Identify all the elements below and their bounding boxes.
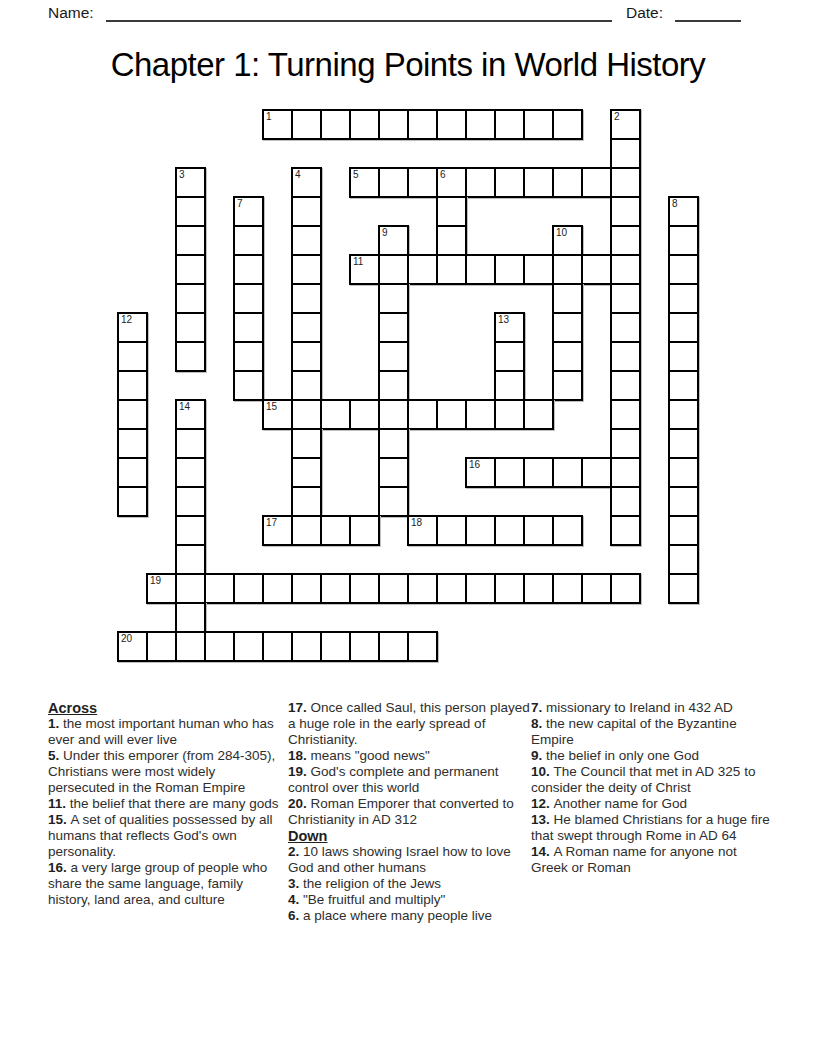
grid-cell-r3c6[interactable]	[291, 196, 322, 227]
grid-cell-r4c9[interactable]: 9	[378, 225, 409, 256]
grid-cell-r16c16[interactable]	[581, 573, 612, 604]
grid-cell-r4c6[interactable]	[291, 225, 322, 256]
grid-cell-r13c9[interactable]	[378, 486, 409, 517]
grid-cell-r8c13[interactable]	[494, 341, 525, 372]
grid-cell-r8c17[interactable]	[610, 341, 641, 372]
grid-cell-r7c4[interactable]	[233, 312, 264, 343]
clue-list-header-across: Across	[48, 700, 285, 716]
grid-cell-r2c10[interactable]	[407, 167, 438, 198]
clue-number-13: 13	[498, 315, 509, 325]
grid-cell-r0c13[interactable]	[494, 109, 525, 140]
date-label: Date:	[626, 4, 663, 22]
clue-number-1: 1	[266, 112, 272, 122]
grid-cell-r4c4[interactable]	[233, 225, 264, 256]
grid-cell-r12c15[interactable]	[552, 457, 583, 488]
grid-cell-r18c9[interactable]	[378, 631, 409, 662]
grid-cell-r11c19[interactable]	[668, 428, 699, 459]
grid-cell-r2c15[interactable]	[552, 167, 583, 198]
clue-6: 6. a place where many people live	[288, 908, 537, 924]
grid-cell-r10c12[interactable]	[465, 399, 496, 430]
clue-number-14: 14	[179, 402, 190, 412]
grid-cell-r14c19[interactable]	[668, 515, 699, 546]
clue-number-6: 6	[440, 170, 446, 180]
grid-cell-r8c6[interactable]	[291, 341, 322, 372]
grid-cell-r18c6[interactable]	[291, 631, 322, 662]
clue-12: 12. Another name for God	[531, 796, 771, 812]
grid-cell-r7c0[interactable]: 12	[117, 312, 148, 343]
grid-cell-r18c8[interactable]	[349, 631, 380, 662]
grid-cell-r16c12[interactable]	[465, 573, 496, 604]
grid-cell-r16c3[interactable]	[204, 573, 235, 604]
clue-number-7: 7	[237, 199, 243, 209]
grid-cell-r6c15[interactable]	[552, 283, 583, 314]
clue-7: 7. missionary to Ireland in 432 AD	[531, 700, 771, 716]
grid-cell-r3c11[interactable]	[436, 196, 467, 227]
grid-cell-r12c12[interactable]: 16	[465, 457, 496, 488]
grid-cell-r2c8[interactable]: 5	[349, 167, 380, 198]
grid-cell-r7c17[interactable]	[610, 312, 641, 343]
clue-number-11: 11	[353, 257, 363, 267]
clue-list-header-down: Down	[288, 828, 537, 844]
grid-cell-r14c12[interactable]	[465, 515, 496, 546]
grid-cell-r3c4[interactable]: 7	[233, 196, 264, 227]
grid-cell-r0c17[interactable]: 2	[610, 109, 641, 140]
grid-cell-r18c0[interactable]: 20	[117, 631, 148, 662]
grid-cell-r14c11[interactable]	[436, 515, 467, 546]
grid-cell-r8c2[interactable]	[175, 341, 206, 372]
grid-cell-r6c19[interactable]	[668, 283, 699, 314]
grid-cell-r14c15[interactable]	[552, 515, 583, 546]
clue-column: 7. missionary to Ireland in 432 AD8. the…	[531, 700, 771, 876]
grid-cell-r12c9[interactable]	[378, 457, 409, 488]
grid-cell-r2c17[interactable]	[610, 167, 641, 198]
grid-cell-r3c19[interactable]: 8	[668, 196, 699, 227]
clue-16: 16. a very large group of people who sha…	[48, 860, 285, 908]
grid-cell-r8c9[interactable]	[378, 341, 409, 372]
grid-cell-r8c15[interactable]	[552, 341, 583, 372]
clue-number-15: 15	[266, 402, 277, 412]
name-blank-line[interactable]	[106, 2, 612, 22]
crossword-grid: 1234567891011121314151617181920	[118, 110, 698, 661]
clue-15: 15. A set of qualities possessed by all …	[48, 812, 285, 860]
grid-cell-r13c17[interactable]	[610, 486, 641, 517]
grid-cell-r11c6[interactable]	[291, 428, 322, 459]
grid-cell-r0c7[interactable]	[320, 109, 351, 140]
grid-cell-r18c10[interactable]	[407, 631, 438, 662]
grid-cell-r16c13[interactable]	[494, 573, 525, 604]
grid-cell-r13c0[interactable]	[117, 486, 148, 517]
grid-cell-r15c19[interactable]	[668, 544, 699, 575]
clue-13: 13. He blamed Christians for a huge fire…	[531, 812, 771, 844]
grid-cell-r5c14[interactable]	[523, 254, 554, 285]
grid-cell-r16c5[interactable]	[262, 573, 293, 604]
grid-cell-r5c13[interactable]	[494, 254, 525, 285]
grid-cell-r3c17[interactable]	[610, 196, 641, 227]
clue-column: 17. Once called Saul, this person played…	[288, 700, 537, 924]
grid-cell-r16c4[interactable]	[233, 573, 264, 604]
grid-cell-r4c15[interactable]: 10	[552, 225, 583, 256]
grid-cell-r10c9[interactable]	[378, 399, 409, 430]
grid-cell-r5c8[interactable]: 11	[349, 254, 380, 285]
clue-14: 14. A Roman name for anyone not Greek or…	[531, 844, 771, 876]
grid-cell-r9c19[interactable]	[668, 370, 699, 401]
grid-cell-r16c2[interactable]	[175, 573, 206, 604]
grid-cell-r5c11[interactable]	[436, 254, 467, 285]
grid-cell-r10c5[interactable]: 15	[262, 399, 293, 430]
grid-cell-r13c19[interactable]	[668, 486, 699, 517]
grid-cell-r16c14[interactable]	[523, 573, 554, 604]
clue-number-19: 19	[150, 576, 161, 586]
grid-cell-r9c6[interactable]	[291, 370, 322, 401]
clue-9: 9. the belief in only one God	[531, 748, 771, 764]
grid-cell-r10c17[interactable]	[610, 399, 641, 430]
grid-cell-r10c10[interactable]	[407, 399, 438, 430]
grid-cell-r18c5[interactable]	[262, 631, 293, 662]
grid-cell-r16c17[interactable]	[610, 573, 641, 604]
grid-cell-r0c15[interactable]	[552, 109, 583, 140]
grid-cell-r12c16[interactable]	[581, 457, 612, 488]
grid-cell-r1c17[interactable]	[610, 138, 641, 169]
grid-cell-r12c17[interactable]	[610, 457, 641, 488]
grid-cell-r15c2[interactable]	[175, 544, 206, 575]
grid-cell-r12c13[interactable]	[494, 457, 525, 488]
grid-cell-r14c5[interactable]: 17	[262, 515, 293, 546]
grid-cell-r8c4[interactable]	[233, 341, 264, 372]
clue-number-2: 2	[614, 112, 620, 122]
grid-cell-r2c12[interactable]	[465, 167, 496, 198]
grid-cell-r9c15[interactable]	[552, 370, 583, 401]
grid-cell-r4c11[interactable]	[436, 225, 467, 256]
grid-cell-r0c6[interactable]	[291, 109, 322, 140]
grid-cell-r11c0[interactable]	[117, 428, 148, 459]
grid-cell-r18c4[interactable]	[233, 631, 264, 662]
grid-cell-r5c2[interactable]	[175, 254, 206, 285]
clue-2: 2. 10 laws showing Israel how to love Go…	[288, 844, 537, 876]
clue-10: 10. The Council that met in AD 325 to co…	[531, 764, 771, 796]
grid-cell-r5c4[interactable]	[233, 254, 264, 285]
clue-number-8: 8	[672, 199, 678, 209]
grid-cell-r5c16[interactable]	[581, 254, 612, 285]
grid-cell-r10c0[interactable]	[117, 399, 148, 430]
grid-cell-r16c15[interactable]	[552, 573, 583, 604]
grid-cell-r14c6[interactable]	[291, 515, 322, 546]
grid-cell-r7c6[interactable]	[291, 312, 322, 343]
grid-cell-r3c2[interactable]	[175, 196, 206, 227]
grid-cell-r9c13[interactable]	[494, 370, 525, 401]
clue-18: 18. means "good news"	[288, 748, 537, 764]
grid-cell-r16c10[interactable]	[407, 573, 438, 604]
grid-cell-r11c9[interactable]	[378, 428, 409, 459]
grid-cell-r12c6[interactable]	[291, 457, 322, 488]
date-blank-line[interactable]	[675, 2, 741, 22]
grid-cell-r13c6[interactable]	[291, 486, 322, 517]
clue-number-12: 12	[121, 315, 132, 325]
grid-cell-r14c8[interactable]	[349, 515, 380, 546]
grid-cell-r9c9[interactable]	[378, 370, 409, 401]
grid-cell-r14c13[interactable]	[494, 515, 525, 546]
clue-4: 4. "Be fruitful and multiply"	[288, 892, 537, 908]
grid-cell-r14c2[interactable]	[175, 515, 206, 546]
clue-17: 17. Once called Saul, this person played…	[288, 700, 537, 748]
grid-cell-r12c14[interactable]	[523, 457, 554, 488]
grid-cell-r4c19[interactable]	[668, 225, 699, 256]
grid-cell-r6c2[interactable]	[175, 283, 206, 314]
grid-cell-r18c7[interactable]	[320, 631, 351, 662]
grid-cell-r4c2[interactable]	[175, 225, 206, 256]
grid-cell-r6c17[interactable]	[610, 283, 641, 314]
grid-cell-r5c17[interactable]	[610, 254, 641, 285]
name-label: Name:	[48, 4, 94, 22]
grid-cell-r4c17[interactable]	[610, 225, 641, 256]
clue-20: 20. Roman Emporer that converted to Chri…	[288, 796, 537, 828]
grid-cell-r10c14[interactable]	[523, 399, 554, 430]
clue-number-20: 20	[121, 634, 132, 644]
grid-cell-r10c13[interactable]	[494, 399, 525, 430]
grid-cell-r8c0[interactable]	[117, 341, 148, 372]
grid-cell-r5c19[interactable]	[668, 254, 699, 285]
grid-cell-r7c2[interactable]	[175, 312, 206, 343]
grid-cell-r5c12[interactable]	[465, 254, 496, 285]
grid-cell-r10c19[interactable]	[668, 399, 699, 430]
grid-cell-r10c11[interactable]	[436, 399, 467, 430]
grid-cell-r10c2[interactable]: 14	[175, 399, 206, 430]
clue-number-9: 9	[382, 228, 388, 238]
grid-cell-r14c7[interactable]	[320, 515, 351, 546]
grid-cell-r9c0[interactable]	[117, 370, 148, 401]
grid-cell-r16c19[interactable]	[668, 573, 699, 604]
grid-cell-r14c14[interactable]	[523, 515, 554, 546]
grid-cell-r7c15[interactable]	[552, 312, 583, 343]
grid-cell-r18c1[interactable]	[146, 631, 177, 662]
clue-column: Across1. the most important human who ha…	[48, 700, 285, 908]
grid-cell-r5c10[interactable]	[407, 254, 438, 285]
grid-cell-r11c17[interactable]	[610, 428, 641, 459]
grid-cell-r7c13[interactable]: 13	[494, 312, 525, 343]
grid-cell-r10c6[interactable]	[291, 399, 322, 430]
page-title: Chapter 1: Turning Points in World Histo…	[0, 46, 816, 84]
grid-cell-r14c17[interactable]	[610, 515, 641, 546]
grid-cell-r16c9[interactable]	[378, 573, 409, 604]
clue-number-3: 3	[179, 170, 185, 180]
clue-8: 8. the new capital of the Byzantine Empi…	[531, 716, 771, 748]
grid-cell-r5c6[interactable]	[291, 254, 322, 285]
crossword-worksheet: { "page": { "name_label": "Name:", "date…	[0, 0, 816, 1056]
grid-cell-r17c2[interactable]	[175, 602, 206, 633]
grid-cell-r13c2[interactable]	[175, 486, 206, 517]
grid-cell-r5c9[interactable]	[378, 254, 409, 285]
clue-1: 1. the most important human who has ever…	[48, 716, 285, 748]
grid-cell-r2c14[interactable]	[523, 167, 554, 198]
grid-cell-r16c1[interactable]: 19	[146, 573, 177, 604]
clue-number-10: 10	[556, 228, 567, 238]
grid-cell-r7c19[interactable]	[668, 312, 699, 343]
grid-cell-r18c3[interactable]	[204, 631, 235, 662]
grid-cell-r8c19[interactable]	[668, 341, 699, 372]
grid-cell-r10c7[interactable]	[320, 399, 351, 430]
clue-number-18: 18	[411, 518, 422, 528]
grid-cell-r9c4[interactable]	[233, 370, 264, 401]
clue-3: 3. the religion of the Jews	[288, 876, 537, 892]
grid-cell-r18c2[interactable]	[175, 631, 206, 662]
grid-cell-r0c8[interactable]	[349, 109, 380, 140]
grid-cell-r14c10[interactable]: 18	[407, 515, 438, 546]
grid-cell-r6c4[interactable]	[233, 283, 264, 314]
grid-cell-r16c11[interactable]	[436, 573, 467, 604]
grid-cell-r16c7[interactable]	[320, 573, 351, 604]
grid-cell-r2c11[interactable]: 6	[436, 167, 467, 198]
clue-number-4: 4	[295, 170, 301, 180]
grid-cell-r9c17[interactable]	[610, 370, 641, 401]
grid-cell-r5c15[interactable]	[552, 254, 583, 285]
grid-cell-r16c8[interactable]	[349, 573, 380, 604]
grid-cell-r7c9[interactable]	[378, 312, 409, 343]
grid-cell-r0c9[interactable]	[378, 109, 409, 140]
clue-number-16: 16	[469, 460, 480, 470]
grid-cell-r6c9[interactable]	[378, 283, 409, 314]
grid-cell-r2c2[interactable]: 3	[175, 167, 206, 198]
grid-cell-r16c6[interactable]	[291, 573, 322, 604]
grid-cell-r6c6[interactable]	[291, 283, 322, 314]
grid-cell-r12c0[interactable]	[117, 457, 148, 488]
grid-cell-r0c5[interactable]: 1	[262, 109, 293, 140]
grid-cell-r2c16[interactable]	[581, 167, 612, 198]
clue-number-5: 5	[353, 170, 359, 180]
grid-cell-r12c19[interactable]	[668, 457, 699, 488]
grid-cell-r12c2[interactable]	[175, 457, 206, 488]
clue-11: 11. the belief that there are many gods	[48, 796, 285, 812]
grid-cell-r0c11[interactable]	[436, 109, 467, 140]
grid-cell-r0c10[interactable]	[407, 109, 438, 140]
grid-cell-r10c8[interactable]	[349, 399, 380, 430]
grid-cell-r2c13[interactable]	[494, 167, 525, 198]
grid-cell-r0c14[interactable]	[523, 109, 554, 140]
clue-number-17: 17	[266, 518, 277, 528]
clue-5: 5. Under this emporer (from 284-305), Ch…	[48, 748, 285, 796]
grid-cell-r2c6[interactable]: 4	[291, 167, 322, 198]
grid-cell-r11c2[interactable]	[175, 428, 206, 459]
grid-cell-r0c12[interactable]	[465, 109, 496, 140]
clue-19: 19. God's complete and permanent control…	[288, 764, 537, 796]
grid-cell-r2c9[interactable]	[378, 167, 409, 198]
